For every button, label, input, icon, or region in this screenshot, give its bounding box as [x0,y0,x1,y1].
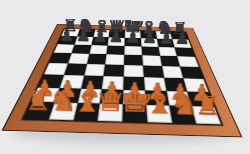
black-pawn-h7[interactable]: ♟ [174,29,191,46]
white-bishop-f1[interactable]: ♝ [147,94,172,119]
white-rook-a1[interactable]: ♜ [25,91,50,116]
chess-board: ♜♞♝♛♚♝♞♜♟♟♟♟♟♟♟♟♟♟♟♟♟♟♟♟♜♞♝♛♚♝♞♜ [1,24,242,137]
black-pawn-g7[interactable]: ♟ [158,28,175,45]
black-pawn-c7[interactable]: ♟ [92,26,109,43]
black-pawn-a7[interactable]: ♟ [58,26,75,43]
black-pawn-f7[interactable]: ♟ [141,28,158,45]
white-rook-h1[interactable]: ♜ [195,95,220,120]
black-pawn-b7[interactable]: ♟ [75,26,92,43]
black-pawn-d7[interactable]: ♟ [108,27,125,44]
chess-render-scene: ♜♞♝♛♚♝♞♜♟♟♟♟♟♟♟♟♟♟♟♟♟♟♟♟♜♞♝♛♚♝♞♜ [0,0,250,154]
black-pawn-e7[interactable]: ♟ [125,27,142,44]
white-knight-g1[interactable]: ♞ [171,95,196,120]
